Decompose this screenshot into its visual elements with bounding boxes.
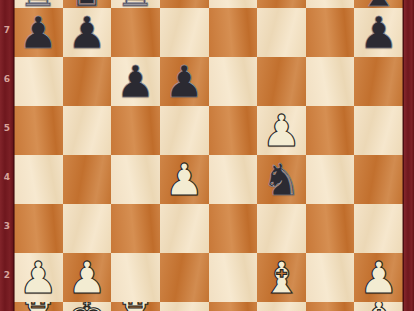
square-h8[interactable]: ♝ [354, 0, 403, 8]
square-d6[interactable]: ♟ [160, 57, 209, 106]
black-bishop-h8[interactable]: ♝ [359, 0, 398, 8]
square-d2[interactable] [160, 253, 209, 302]
white-pawn-h2[interactable]: ♟ [359, 256, 398, 300]
white-pawn-a2[interactable]: ♟ [19, 256, 58, 300]
square-e8[interactable] [209, 0, 258, 8]
square-h7[interactable]: ♟ [354, 8, 403, 57]
square-f3[interactable] [257, 204, 306, 253]
square-g6[interactable] [306, 57, 355, 106]
square-c4[interactable] [111, 155, 160, 204]
square-g4[interactable] [306, 155, 355, 204]
rank-label-4: 4 [0, 172, 14, 182]
black-knight-f4[interactable]: ♞ [262, 158, 301, 202]
black-pawn-a7[interactable]: ♟ [19, 11, 58, 55]
white-king-b1[interactable]: ♚ [67, 302, 106, 311]
square-a1[interactable]: ♜ [14, 302, 63, 311]
rank-label-7: 7 [0, 25, 14, 35]
square-c1[interactable]: ♜ [111, 302, 160, 311]
white-bishop-h1[interactable]: ♝ [359, 302, 398, 311]
white-rook-c1[interactable]: ♜ [116, 302, 155, 311]
white-pawn-d4[interactable]: ♟ [164, 158, 203, 202]
black-king-b8[interactable]: ♚ [67, 0, 106, 8]
square-a6[interactable] [14, 57, 63, 106]
white-rook-a1[interactable]: ♜ [19, 302, 58, 311]
square-c6[interactable]: ♟ [111, 57, 160, 106]
square-b3[interactable] [63, 204, 112, 253]
square-f1[interactable] [257, 302, 306, 311]
board-frame-right [403, 0, 414, 311]
square-f2[interactable]: ♝ [257, 253, 306, 302]
square-g3[interactable] [306, 204, 355, 253]
black-pawn-h7[interactable]: ♟ [359, 11, 398, 55]
square-h3[interactable] [354, 204, 403, 253]
square-d8[interactable] [160, 0, 209, 8]
chess-board: ♜♚♜♝♟♟♟♟♟♟♟♞♟♟♝♟♜♚♜♝ [14, 0, 403, 311]
square-a7[interactable]: ♟ [14, 8, 63, 57]
square-b6[interactable] [63, 57, 112, 106]
square-b8[interactable]: ♚ [63, 0, 112, 8]
square-f4[interactable]: ♞ [257, 155, 306, 204]
rank-label-3: 3 [0, 221, 14, 231]
white-pawn-f5[interactable]: ♟ [262, 109, 301, 153]
square-d7[interactable] [160, 8, 209, 57]
square-b7[interactable]: ♟ [63, 8, 112, 57]
square-d1[interactable] [160, 302, 209, 311]
square-e1[interactable] [209, 302, 258, 311]
square-a8[interactable]: ♜ [14, 0, 63, 8]
square-a2[interactable]: ♟ [14, 253, 63, 302]
square-e2[interactable] [209, 253, 258, 302]
square-a5[interactable] [14, 106, 63, 155]
square-b4[interactable] [63, 155, 112, 204]
square-d3[interactable] [160, 204, 209, 253]
square-c3[interactable] [111, 204, 160, 253]
white-pawn-b2[interactable]: ♟ [67, 256, 106, 300]
black-pawn-d6[interactable]: ♟ [164, 60, 203, 104]
square-e3[interactable] [209, 204, 258, 253]
square-d5[interactable] [160, 106, 209, 155]
rank-label-5: 5 [0, 123, 14, 133]
board-frame-left: 87654321 [0, 0, 14, 311]
square-e4[interactable] [209, 155, 258, 204]
square-h1[interactable]: ♝ [354, 302, 403, 311]
square-h6[interactable] [354, 57, 403, 106]
square-h5[interactable] [354, 106, 403, 155]
chess-board-screenshot: 87654321 ♜♚♜♝♟♟♟♟♟♟♟♞♟♟♝♟♜♚♜♝ [0, 0, 414, 311]
square-e6[interactable] [209, 57, 258, 106]
square-g8[interactable] [306, 0, 355, 8]
square-h2[interactable]: ♟ [354, 253, 403, 302]
square-e5[interactable] [209, 106, 258, 155]
square-c8[interactable]: ♜ [111, 0, 160, 8]
square-f8[interactable] [257, 0, 306, 8]
white-bishop-f2[interactable]: ♝ [262, 256, 301, 300]
square-b5[interactable] [63, 106, 112, 155]
black-rook-c8[interactable]: ♜ [116, 0, 155, 8]
square-d4[interactable]: ♟ [160, 155, 209, 204]
rank-label-6: 6 [0, 74, 14, 84]
square-a4[interactable] [14, 155, 63, 204]
square-g1[interactable] [306, 302, 355, 311]
square-f6[interactable] [257, 57, 306, 106]
square-f7[interactable] [257, 8, 306, 57]
square-g7[interactable] [306, 8, 355, 57]
black-pawn-b7[interactable]: ♟ [67, 11, 106, 55]
square-h4[interactable] [354, 155, 403, 204]
square-e7[interactable] [209, 8, 258, 57]
rank-label-2: 2 [0, 270, 14, 280]
black-rook-a8[interactable]: ♜ [19, 0, 58, 8]
square-b1[interactable]: ♚ [63, 302, 112, 311]
square-a3[interactable] [14, 204, 63, 253]
square-g5[interactable] [306, 106, 355, 155]
square-c5[interactable] [111, 106, 160, 155]
square-f5[interactable]: ♟ [257, 106, 306, 155]
square-g2[interactable] [306, 253, 355, 302]
square-b2[interactable]: ♟ [63, 253, 112, 302]
black-pawn-c6[interactable]: ♟ [116, 60, 155, 104]
square-c7[interactable] [111, 8, 160, 57]
square-c2[interactable] [111, 253, 160, 302]
